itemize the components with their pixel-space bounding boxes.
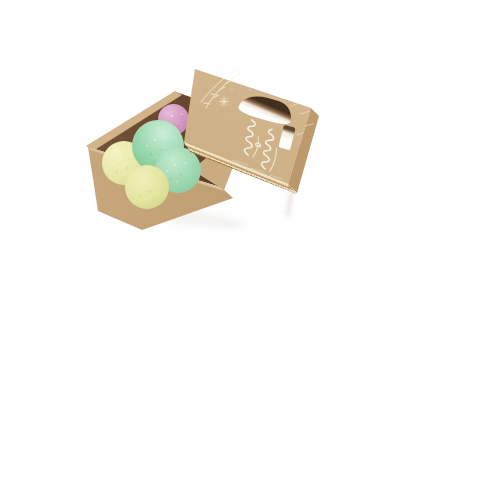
screenshot-canvas: product-photo xyxy=(0,0,500,500)
product-photo xyxy=(0,0,500,500)
lid-script-print-decoration xyxy=(180,60,330,200)
bath-bomb-yellow-front xyxy=(125,165,169,209)
